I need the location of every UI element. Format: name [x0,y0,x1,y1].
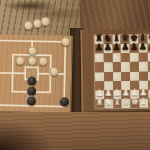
morris-piece-white[interactable] [16,56,25,65]
chess-piece-black-pawn[interactable]: ♟ [130,43,138,52]
chess-square[interactable]: ♟ [147,44,150,53]
chess-square[interactable]: ♟ [121,44,130,53]
chess-square[interactable] [138,53,147,62]
morris-piece-white[interactable] [27,56,36,65]
chess-square[interactable]: ♟ [95,44,104,53]
chess-square[interactable] [112,62,121,71]
chess-square[interactable] [112,53,121,62]
chess-piece-black-pawn[interactable]: ♟ [95,43,103,52]
chess-square[interactable] [130,71,139,80]
chess-square[interactable] [104,72,113,81]
chess-square[interactable]: ♝ [139,99,148,108]
chess-square[interactable] [112,72,121,81]
chess-square[interactable] [139,71,148,80]
morris-piece-black[interactable] [60,97,69,106]
chess-square[interactable] [147,71,150,80]
chess-square[interactable] [147,62,150,71]
chess-piece-white-knight[interactable]: ♞ [148,97,150,106]
chess-square[interactable]: ♝ [113,99,122,108]
chess-square[interactable]: ♛ [122,99,131,108]
chess-piece-white-knight[interactable]: ♞ [104,98,112,107]
chess-square[interactable] [147,53,150,62]
chess-piece-white-bishop[interactable]: ♝ [139,97,147,106]
morris-piece-black[interactable] [27,87,36,96]
chess-square[interactable] [95,63,104,72]
chess-square[interactable]: ♟ [112,44,121,53]
chess-piece-white-queen[interactable]: ♛ [122,97,130,106]
morris-reserve-piece-white[interactable] [41,17,50,26]
chess-square[interactable] [95,72,104,81]
chess-squares: ♜♞♝♛♚♝♞♜♟♟♟♟♟♟♟♟♟♟♟♟♟♟♟♟♜♞♝♛♚♝♞♜ [94,34,150,108]
morris-reserve-piece-white[interactable] [24,21,33,30]
chess-piece-black-pawn[interactable]: ♟ [104,43,112,52]
chess-square[interactable] [104,63,113,72]
chess-board: ♜♞♝♛♚♝♞♜♟♟♟♟♟♟♟♟♟♟♟♟♟♟♟♟♜♞♝♛♚♝♞♜ [80,28,150,116]
chess-square[interactable]: ♟ [103,44,112,53]
chess-piece-white-rook[interactable]: ♜ [96,98,104,107]
photo-scene: ♜♞♝♛♚♝♞♜♟♟♟♟♟♟♟♟♟♟♟♟♟♟♟♟♜♞♝♛♚♝♞♜ [0,0,150,150]
table-surface-light-grain [0,0,80,36]
morris-piece-white[interactable] [27,46,36,55]
morris-piece-white[interactable] [61,37,70,46]
table-surface-walnut [80,0,150,32]
chess-square[interactable] [121,53,130,62]
table-surface-front [0,112,150,150]
chess-square[interactable] [103,53,112,62]
chess-piece-black-pawn[interactable]: ♟ [147,42,150,51]
chess-piece-black-pawn[interactable]: ♟ [139,42,147,51]
morris-piece-white[interactable] [38,57,47,66]
chess-piece-black-pawn[interactable]: ♟ [112,43,120,52]
chess-square[interactable]: ♜ [95,99,104,108]
morris-piece-black[interactable] [27,76,36,85]
chess-piece-white-bishop[interactable]: ♝ [113,98,121,107]
chess-square[interactable]: ♚ [130,99,139,108]
chess-square[interactable]: ♟ [130,44,139,53]
chess-square[interactable] [130,62,139,71]
nine-mens-morris-board [0,34,73,118]
morris-piece-white[interactable] [49,67,58,76]
chess-square[interactable]: ♞ [104,99,113,108]
chess-piece-black-pawn[interactable]: ♟ [121,43,129,52]
chess-square[interactable] [121,71,130,80]
chess-square[interactable] [139,62,148,71]
chess-square[interactable] [130,53,139,62]
chess-square[interactable]: ♞ [148,98,150,107]
chess-square[interactable] [121,62,130,71]
chess-piece-white-king[interactable]: ♚ [131,97,139,106]
chess-square[interactable]: ♟ [138,44,147,53]
morris-piece-black[interactable] [26,97,35,106]
chess-square[interactable] [95,54,104,63]
morris-nodes [0,34,72,108]
